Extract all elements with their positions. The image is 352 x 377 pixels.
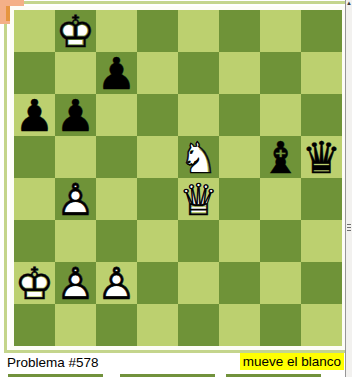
square-f5[interactable] (219, 136, 260, 178)
square-f4[interactable] (219, 178, 260, 220)
square-e3[interactable] (178, 220, 219, 262)
square-h5[interactable]: ♛ (301, 136, 342, 178)
white-pawn-fill: ♟ (55, 179, 96, 221)
scrollbar-grip[interactable] (347, 230, 351, 231)
white-pawn: ♙ (55, 179, 96, 221)
square-a2[interactable]: ♚♔ (14, 262, 55, 304)
black-pawn: ♟ (96, 53, 137, 95)
square-b1[interactable] (55, 304, 96, 346)
square-g1[interactable] (260, 304, 301, 346)
square-a7[interactable] (14, 52, 55, 94)
white-knight: ♘ (178, 137, 219, 179)
square-e6[interactable] (178, 94, 219, 136)
square-h8[interactable] (301, 10, 342, 52)
scrollbar-grip[interactable] (347, 224, 351, 225)
black-king: ♔ (55, 11, 96, 53)
square-g2[interactable] (260, 262, 301, 304)
square-b4[interactable]: ♟♙ (55, 178, 96, 220)
square-g7[interactable] (260, 52, 301, 94)
square-b2[interactable]: ♟♙ (55, 262, 96, 304)
square-g3[interactable] (260, 220, 301, 262)
square-h2[interactable] (301, 262, 342, 304)
square-c7[interactable]: ♟ (96, 52, 137, 94)
scrollbar-grip[interactable] (347, 227, 351, 228)
square-c1[interactable] (96, 304, 137, 346)
square-g6[interactable] (260, 94, 301, 136)
vertical-scrollbar[interactable]: ▲ (345, 0, 352, 377)
square-e8[interactable] (178, 10, 219, 52)
white-knight-fill: ♞ (178, 137, 219, 179)
square-h6[interactable] (301, 94, 342, 136)
white-pawn-fill: ♟ (55, 263, 96, 305)
black-pawn: ♟ (14, 95, 55, 137)
chess-board: ♚♔♟♟♟♞♘♝♛♟♙♛♕♚♔♟♙♟♙ (10, 6, 346, 350)
black-queen: ♛ (301, 137, 342, 179)
square-d3[interactable] (137, 220, 178, 262)
square-d2[interactable] (137, 262, 178, 304)
square-h3[interactable] (301, 220, 342, 262)
square-d1[interactable] (137, 304, 178, 346)
square-f1[interactable] (219, 304, 260, 346)
square-a3[interactable] (14, 220, 55, 262)
square-e4[interactable]: ♛♕ (178, 178, 219, 220)
square-d5[interactable] (137, 136, 178, 178)
white-king: ♔ (14, 263, 55, 305)
square-e2[interactable] (178, 262, 219, 304)
side-to-move-badge: mueve el blanco (240, 353, 344, 370)
black-king-fill: ♚ (55, 11, 96, 53)
square-f2[interactable] (219, 262, 260, 304)
square-f3[interactable] (219, 220, 260, 262)
square-c8[interactable] (96, 10, 137, 52)
white-pawn: ♙ (55, 263, 96, 305)
white-pawn-fill: ♟ (96, 263, 137, 305)
square-b5[interactable] (55, 136, 96, 178)
chess-problem-page: ♚♔♟♟♟♞♘♝♛♟♙♛♕♚♔♟♙♟♙ Problema #578 mueve … (0, 0, 352, 377)
white-queen: ♕ (178, 179, 219, 221)
square-g8[interactable] (260, 10, 301, 52)
square-c4[interactable] (96, 178, 137, 220)
square-h1[interactable] (301, 304, 342, 346)
square-g5[interactable]: ♝ (260, 136, 301, 178)
black-bishop: ♝ (260, 137, 301, 179)
white-king-fill: ♚ (14, 263, 55, 305)
black-pawn: ♟ (55, 95, 96, 137)
square-e7[interactable] (178, 52, 219, 94)
square-b3[interactable] (55, 220, 96, 262)
square-a6[interactable]: ♟ (14, 94, 55, 136)
square-f7[interactable] (219, 52, 260, 94)
square-c3[interactable] (96, 220, 137, 262)
square-c2[interactable]: ♟♙ (96, 262, 137, 304)
square-d4[interactable] (137, 178, 178, 220)
square-e5[interactable]: ♞♘ (178, 136, 219, 178)
square-b6[interactable]: ♟ (55, 94, 96, 136)
square-h7[interactable] (301, 52, 342, 94)
square-b7[interactable] (55, 52, 96, 94)
square-b8[interactable]: ♚♔ (55, 10, 96, 52)
white-pawn: ♙ (96, 263, 137, 305)
square-e1[interactable] (178, 304, 219, 346)
square-g4[interactable] (260, 178, 301, 220)
square-a1[interactable] (14, 304, 55, 346)
square-h4[interactable] (301, 178, 342, 220)
square-a8[interactable] (14, 10, 55, 52)
square-a4[interactable] (14, 178, 55, 220)
problem-number-label: Problema #578 (7, 355, 99, 370)
square-f6[interactable] (219, 94, 260, 136)
square-c5[interactable] (96, 136, 137, 178)
square-d7[interactable] (137, 52, 178, 94)
square-a5[interactable] (14, 136, 55, 178)
square-d8[interactable] (137, 10, 178, 52)
square-d6[interactable] (137, 94, 178, 136)
white-queen-fill: ♛ (178, 179, 219, 221)
scroll-up-icon[interactable]: ▲ (346, 0, 352, 7)
square-c6[interactable] (96, 94, 137, 136)
square-f8[interactable] (219, 10, 260, 52)
